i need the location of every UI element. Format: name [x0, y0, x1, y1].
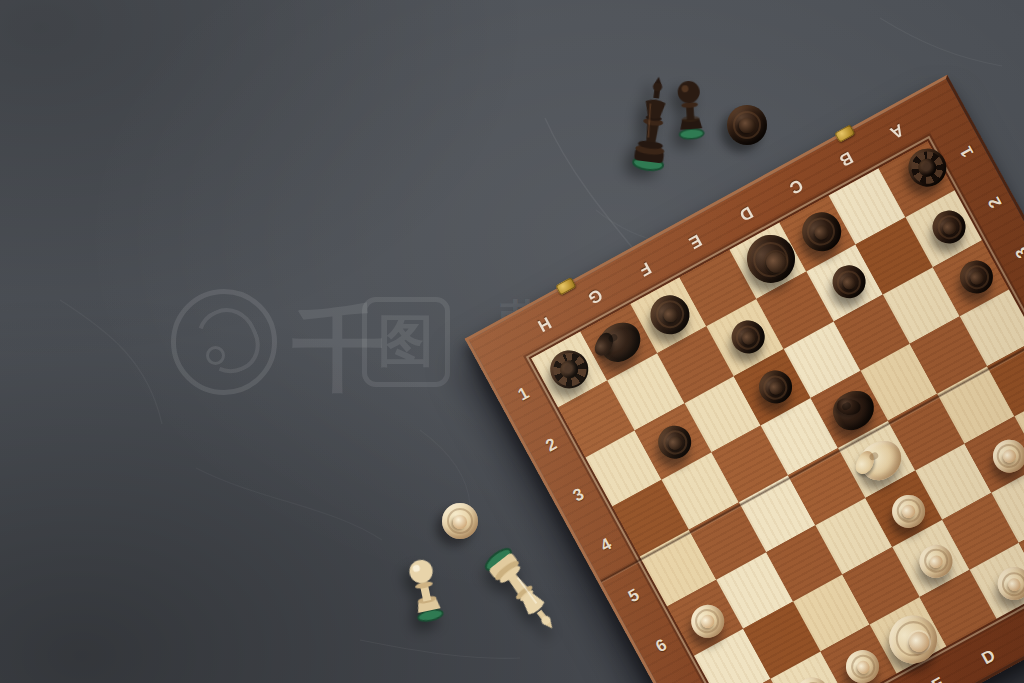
rank-label-right-2: 2 — [982, 188, 1009, 215]
file-label-top-B: B — [833, 145, 860, 172]
file-label-top-C: C — [782, 172, 809, 199]
rank-label-left-5: 5 — [620, 582, 647, 609]
rank-label-left-4: 4 — [593, 532, 620, 559]
file-label-top-E: E — [682, 227, 709, 254]
rank-label-left-1: 1 — [510, 381, 537, 408]
ob-white-pawn-standing — [442, 503, 478, 539]
file-label-top-H: H — [531, 310, 558, 337]
rank-label-left-6: 6 — [648, 633, 675, 660]
rank-label-right-3: 3 — [1009, 239, 1024, 266]
file-label-top-G: G — [581, 283, 608, 310]
rank-label-left-2: 2 — [538, 431, 565, 458]
file-label-top-A: A — [883, 117, 910, 144]
file-label-bottom-D: D — [975, 644, 1002, 671]
rank-label-left-3: 3 — [565, 482, 592, 509]
file-label-bottom-E: E — [925, 671, 952, 683]
file-label-top-D: D — [732, 200, 759, 227]
rank-label-right-1: 1 — [954, 138, 981, 165]
ob-black-pawn-lying — [670, 78, 710, 142]
file-label-top-F: F — [632, 255, 659, 282]
ob-black-pawn-standing — [727, 105, 767, 145]
